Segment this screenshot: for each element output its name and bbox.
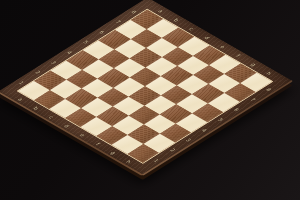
coordinate-label: 6 bbox=[231, 107, 242, 114]
coordinate-label: 5 bbox=[215, 117, 226, 124]
chess-board: aabbccddeeffgghh8877665544332211 bbox=[0, 0, 293, 175]
board-playing-field bbox=[17, 9, 274, 164]
photo-background: aabbccddeeffgghh8877665544332211 bbox=[0, 0, 300, 200]
coordinate-label: 8 bbox=[263, 86, 274, 93]
coordinate-label: 3 bbox=[183, 137, 194, 144]
coordinate-label: 4 bbox=[199, 127, 210, 134]
coordinate-label: 2 bbox=[167, 147, 178, 154]
coordinate-label: 1 bbox=[151, 157, 162, 164]
coordinate-label: 7 bbox=[247, 96, 258, 103]
